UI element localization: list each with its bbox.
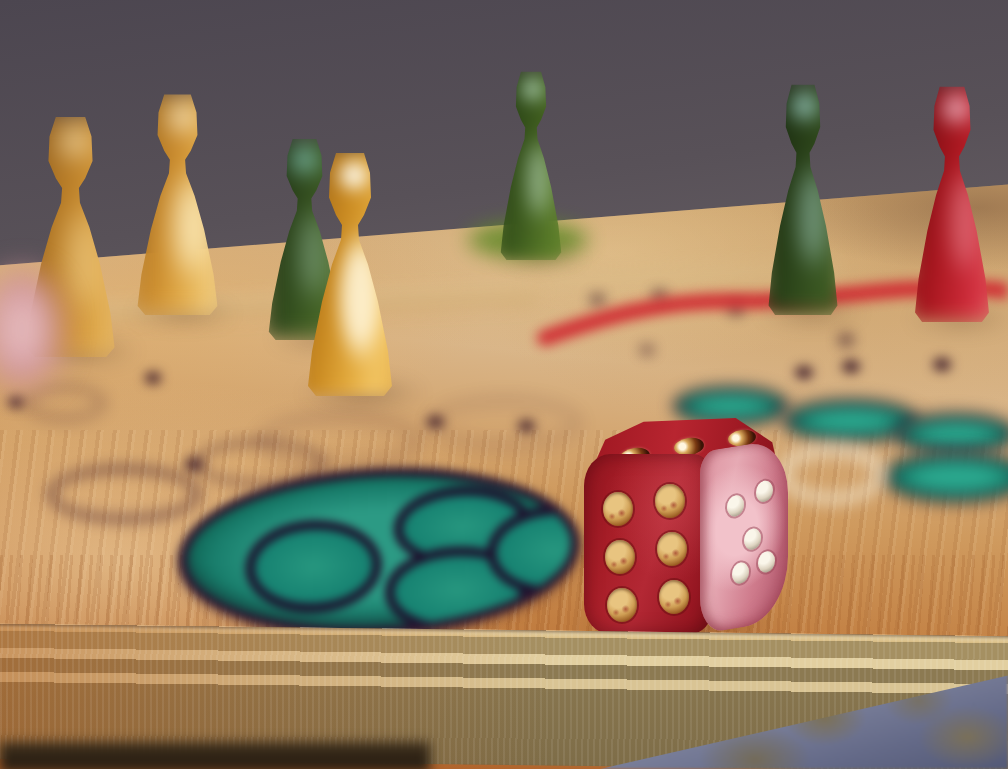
die-front-pip — [603, 492, 633, 526]
die-side-pip — [727, 494, 744, 518]
die-front-pip — [657, 532, 687, 566]
die-front-pip — [607, 588, 637, 622]
home-circle — [243, 517, 384, 616]
die-side-pip — [732, 561, 749, 585]
die-side-pip — [744, 527, 761, 551]
die-right-face-five — [700, 438, 788, 634]
die-side-pip — [756, 479, 773, 503]
goal-circle-teal — [895, 413, 1008, 455]
die-front-pip — [605, 540, 635, 574]
pale-field-circle — [778, 444, 886, 504]
table-shadow — [0, 742, 430, 769]
die-front-face-six — [584, 454, 712, 634]
die-side-pip — [758, 550, 775, 574]
scene — [0, 0, 1008, 769]
die-front-pip — [659, 580, 689, 614]
die-front-pip — [655, 484, 685, 518]
die-red[interactable] — [572, 414, 794, 646]
